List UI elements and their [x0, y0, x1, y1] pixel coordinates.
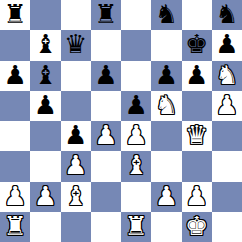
square-b5[interactable]: ♟	[30, 91, 60, 121]
square-h8[interactable]: ♞	[212, 0, 242, 30]
white-pawn[interactable]: ♟	[185, 183, 208, 209]
square-c7[interactable]: ♛	[61, 30, 91, 60]
white-rook[interactable]: ♜	[3, 213, 26, 239]
black-rook[interactable]: ♜	[3, 1, 26, 27]
white-pawn[interactable]: ♟	[155, 183, 178, 209]
square-a4[interactable]	[0, 121, 30, 151]
black-pawn[interactable]: ♟	[3, 62, 26, 88]
square-d8[interactable]: ♜	[91, 0, 121, 30]
square-f3[interactable]	[151, 151, 181, 181]
square-d6[interactable]: ♟	[91, 61, 121, 91]
square-d3[interactable]	[91, 151, 121, 181]
square-h6[interactable]: ♞	[212, 61, 242, 91]
white-pawn[interactable]: ♟	[124, 122, 147, 148]
square-e5[interactable]: ♟	[121, 91, 151, 121]
square-e8[interactable]	[121, 0, 151, 30]
square-g5[interactable]	[182, 91, 212, 121]
square-f4[interactable]	[151, 121, 181, 151]
square-b1[interactable]	[30, 212, 60, 242]
square-e7[interactable]	[121, 30, 151, 60]
white-bishop[interactable]: ♝	[64, 183, 87, 209]
black-king[interactable]: ♚	[185, 31, 208, 57]
square-a5[interactable]	[0, 91, 30, 121]
square-e2[interactable]	[121, 182, 151, 212]
white-knight[interactable]: ♞	[215, 62, 238, 88]
white-pawn[interactable]: ♟	[94, 122, 117, 148]
square-f8[interactable]: ♞	[151, 0, 181, 30]
square-b3[interactable]	[30, 151, 60, 181]
square-b8[interactable]	[30, 0, 60, 30]
square-c3[interactable]: ♟	[61, 151, 91, 181]
square-d5[interactable]	[91, 91, 121, 121]
black-pawn[interactable]: ♟	[185, 62, 208, 88]
black-pawn[interactable]: ♟	[64, 122, 87, 148]
square-f1[interactable]	[151, 212, 181, 242]
square-b2[interactable]: ♟	[30, 182, 60, 212]
black-queen[interactable]: ♛	[64, 31, 87, 57]
chess-board: ♜♜♞♞♝♛♚♟♟♝♟♟♟♞♟♟♞♟♟♟♟♛♟♝♟♟♝♟♟♜♜♚	[0, 0, 242, 242]
black-bishop[interactable]: ♝	[34, 31, 57, 57]
square-g8[interactable]	[182, 0, 212, 30]
square-f7[interactable]	[151, 30, 181, 60]
square-e4[interactable]: ♟	[121, 121, 151, 151]
black-bishop[interactable]: ♝	[34, 62, 57, 88]
black-knight[interactable]: ♞	[155, 1, 178, 27]
black-pawn[interactable]: ♟	[215, 31, 238, 57]
square-g1[interactable]: ♚	[182, 212, 212, 242]
square-a3[interactable]	[0, 151, 30, 181]
square-f2[interactable]: ♟	[151, 182, 181, 212]
square-h7[interactable]: ♟	[212, 30, 242, 60]
black-rook[interactable]: ♜	[94, 1, 117, 27]
square-a2[interactable]: ♟	[0, 182, 30, 212]
square-g4[interactable]: ♛	[182, 121, 212, 151]
square-a6[interactable]: ♟	[0, 61, 30, 91]
square-f6[interactable]: ♟	[151, 61, 181, 91]
square-h2[interactable]	[212, 182, 242, 212]
black-pawn[interactable]: ♟	[124, 92, 147, 118]
white-pawn[interactable]: ♟	[34, 183, 57, 209]
square-e1[interactable]: ♜	[121, 212, 151, 242]
black-pawn[interactable]: ♟	[94, 62, 117, 88]
square-h1[interactable]	[212, 212, 242, 242]
black-knight[interactable]: ♞	[215, 1, 238, 27]
black-pawn[interactable]: ♟	[34, 92, 57, 118]
square-b4[interactable]	[30, 121, 60, 151]
square-d7[interactable]	[91, 30, 121, 60]
white-pawn[interactable]: ♟	[215, 92, 238, 118]
black-pawn[interactable]: ♟	[155, 62, 178, 88]
white-rook[interactable]: ♜	[124, 213, 147, 239]
square-c1[interactable]	[61, 212, 91, 242]
square-g3[interactable]	[182, 151, 212, 181]
square-a7[interactable]	[0, 30, 30, 60]
square-c4[interactable]: ♟	[61, 121, 91, 151]
white-knight[interactable]: ♞	[155, 92, 178, 118]
white-king[interactable]: ♚	[185, 213, 208, 239]
square-d4[interactable]: ♟	[91, 121, 121, 151]
square-d1[interactable]	[91, 212, 121, 242]
square-b7[interactable]: ♝	[30, 30, 60, 60]
white-bishop[interactable]: ♝	[124, 152, 147, 178]
square-h5[interactable]: ♟	[212, 91, 242, 121]
square-g2[interactable]: ♟	[182, 182, 212, 212]
square-c6[interactable]	[61, 61, 91, 91]
white-pawn[interactable]: ♟	[64, 152, 87, 178]
square-e3[interactable]: ♝	[121, 151, 151, 181]
square-h4[interactable]	[212, 121, 242, 151]
square-c2[interactable]: ♝	[61, 182, 91, 212]
square-e6[interactable]	[121, 61, 151, 91]
square-c8[interactable]	[61, 0, 91, 30]
square-d2[interactable]	[91, 182, 121, 212]
square-a8[interactable]: ♜	[0, 0, 30, 30]
square-g6[interactable]: ♟	[182, 61, 212, 91]
white-pawn[interactable]: ♟	[3, 183, 26, 209]
white-queen[interactable]: ♛	[185, 122, 208, 148]
square-h3[interactable]	[212, 151, 242, 181]
square-b6[interactable]: ♝	[30, 61, 60, 91]
square-a1[interactable]: ♜	[0, 212, 30, 242]
square-f5[interactable]: ♞	[151, 91, 181, 121]
square-c5[interactable]	[61, 91, 91, 121]
square-g7[interactable]: ♚	[182, 30, 212, 60]
